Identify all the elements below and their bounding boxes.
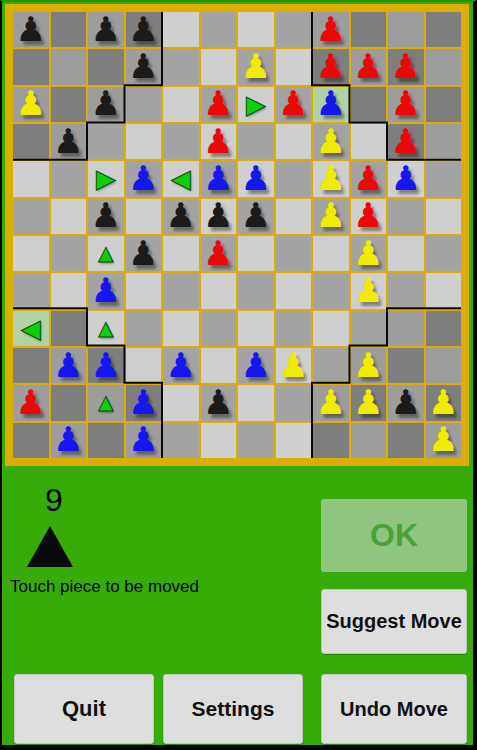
board-cell[interactable] (313, 236, 349, 271)
pawn-red[interactable]: ♟ (203, 236, 233, 270)
board-cell[interactable] (51, 161, 87, 196)
board-cell[interactable] (388, 423, 424, 458)
board-cell[interactable]: ♟ (88, 273, 124, 308)
board-cell[interactable] (388, 311, 424, 346)
board-cell[interactable]: ♟ (51, 348, 87, 383)
board-cell[interactable]: ♟ (276, 348, 312, 383)
pawn-red[interactable]: ♟ (316, 12, 346, 46)
board-cell[interactable]: ♟ (201, 385, 237, 420)
board-cell[interactable]: ♟ (313, 385, 349, 420)
board-cell[interactable] (276, 124, 312, 159)
board-cell[interactable]: ♟ (126, 236, 162, 271)
board-cell[interactable] (351, 124, 387, 159)
board-cell[interactable]: ♟ (276, 87, 312, 122)
board-cell[interactable]: ♟ (13, 12, 49, 47)
board-cell[interactable]: ♟ (388, 87, 424, 122)
board-cell[interactable]: ♟ (126, 385, 162, 420)
board-cell[interactable] (51, 236, 87, 271)
pawn-red[interactable]: ♟ (203, 86, 233, 120)
board-cell[interactable] (313, 311, 349, 346)
board-cell[interactable]: ♟ (351, 199, 387, 234)
board-cell[interactable]: ♟ (351, 385, 387, 420)
board-cell[interactable] (426, 49, 462, 84)
board-cell[interactable]: ♟ (388, 49, 424, 84)
board-cell[interactable] (313, 273, 349, 308)
board-cell[interactable] (276, 49, 312, 84)
board-cell[interactable]: ♟ (238, 161, 274, 196)
board-cell[interactable]: ♟ (201, 161, 237, 196)
move-arrow-right-icon: ▶ (96, 166, 115, 191)
pawn-black[interactable]: ♟ (128, 236, 158, 270)
pawn-red[interactable]: ♟ (353, 49, 383, 83)
pawn-red[interactable]: ♟ (316, 49, 346, 83)
board-cell[interactable] (426, 273, 462, 308)
undo-move-button[interactable]: Undo Move (321, 674, 467, 744)
settings-button[interactable]: Settings (163, 674, 303, 744)
pawn-yellow[interactable]: ♟ (353, 273, 383, 307)
board-cell[interactable] (426, 311, 462, 346)
board-cell[interactable] (238, 236, 274, 271)
pawn-black[interactable]: ♟ (241, 198, 271, 232)
pawn-blue[interactable]: ♟ (241, 348, 271, 382)
board-cell[interactable] (201, 12, 237, 47)
pawn-yellow[interactable]: ♟ (353, 385, 383, 419)
pawn-black[interactable]: ♟ (91, 86, 121, 120)
board-cell[interactable] (13, 49, 49, 84)
board-cell[interactable]: ♟ (351, 348, 387, 383)
pawn-black[interactable]: ♟ (128, 12, 158, 46)
status-message: Touch piece to be moved (10, 577, 199, 597)
pawn-black[interactable]: ♟ (166, 198, 196, 232)
board-cell[interactable] (238, 273, 274, 308)
board-cell[interactable]: ♟ (88, 12, 124, 47)
board-cell[interactable] (163, 124, 199, 159)
board-cell[interactable] (163, 49, 199, 84)
board-grid: ♟♟♟♟♟♟♟♟♟♟♟♟▶♟♟♟♟♟♟♟▶♟◀♟♟♟♟♟♟♟♟♟♟♟▲♟♟♟♟♟… (13, 12, 461, 458)
board-cell[interactable] (276, 199, 312, 234)
board-cell[interactable] (13, 423, 49, 458)
pawn-yellow[interactable]: ♟ (353, 348, 383, 382)
board-cell[interactable] (426, 87, 462, 122)
turn-indicator-triangle (27, 526, 73, 567)
board-cell[interactable] (126, 348, 162, 383)
move-arrow-up-icon: ▲ (93, 316, 118, 341)
board-cell[interactable]: ♟ (351, 273, 387, 308)
pawn-blue[interactable]: ♟ (166, 348, 196, 382)
board-cell[interactable]: ▲ (88, 236, 124, 271)
board-cell[interactable]: ♟ (126, 161, 162, 196)
board-cell[interactable] (276, 273, 312, 308)
board-cell[interactable] (126, 87, 162, 122)
move-arrow-left-icon: ◀ (21, 316, 40, 341)
pawn-yellow[interactable]: ♟ (241, 49, 271, 83)
pawn-red[interactable]: ♟ (203, 124, 233, 158)
board-cell[interactable]: ♟ (163, 199, 199, 234)
board-cell[interactable] (276, 161, 312, 196)
pawn-black[interactable]: ♟ (91, 198, 121, 232)
board-cell[interactable]: ♟ (126, 12, 162, 47)
game-board: ♟♟♟♟♟♟♟♟♟♟♟♟▶♟♟♟♟♟♟♟▶♟◀♟♟♟♟♟♟♟♟♟♟♟▲♟♟♟♟♟… (5, 4, 469, 466)
board-cell[interactable] (163, 385, 199, 420)
board-cell[interactable] (13, 348, 49, 383)
pawn-blue[interactable]: ♟ (316, 86, 346, 120)
pawn-yellow[interactable]: ♟ (428, 422, 458, 456)
move-count: 9 (34, 482, 74, 519)
board-cell[interactable]: ♟ (313, 124, 349, 159)
board-cell[interactable] (51, 385, 87, 420)
board-cell[interactable]: ♟ (238, 199, 274, 234)
board-cell[interactable]: ♟ (126, 423, 162, 458)
pawn-blue[interactable]: ♟ (91, 273, 121, 307)
move-arrow-up-icon: ▲ (93, 390, 118, 415)
board-cell[interactable] (163, 423, 199, 458)
pawn-blue[interactable]: ♟ (91, 348, 121, 382)
board-cell[interactable] (351, 311, 387, 346)
board-cell[interactable] (51, 49, 87, 84)
board-cell[interactable]: ♟ (313, 161, 349, 196)
board-cell[interactable] (313, 348, 349, 383)
pawn-yellow[interactable]: ♟ (278, 348, 308, 382)
board-cell[interactable] (426, 199, 462, 234)
pawn-blue[interactable]: ♟ (241, 161, 271, 195)
board-cell[interactable] (276, 311, 312, 346)
board-cell[interactable]: ♟ (238, 348, 274, 383)
board-cell[interactable]: ♟ (201, 199, 237, 234)
board-cell[interactable] (351, 423, 387, 458)
pawn-blue[interactable]: ♟ (203, 161, 233, 195)
pawn-red[interactable]: ♟ (278, 86, 308, 120)
quit-button[interactable]: Quit (14, 674, 154, 744)
board-cell[interactable]: ♟ (351, 236, 387, 271)
board-cell[interactable] (51, 87, 87, 122)
board-cell[interactable] (388, 273, 424, 308)
board-cell[interactable]: ♟ (388, 161, 424, 196)
board-cell[interactable]: ♟ (201, 236, 237, 271)
board-cell[interactable] (276, 385, 312, 420)
board-cell[interactable]: ▶ (88, 161, 124, 196)
board-cell[interactable]: ▲ (88, 311, 124, 346)
board-cell[interactable]: ♟ (51, 423, 87, 458)
board-cell[interactable]: ♟ (313, 49, 349, 84)
pawn-black[interactable]: ♟ (203, 198, 233, 232)
board-cell[interactable]: ▲ (88, 385, 124, 420)
board-cell[interactable] (13, 273, 49, 308)
board-cell[interactable]: ♟ (351, 161, 387, 196)
board-cell[interactable] (238, 124, 274, 159)
board-cell[interactable] (238, 12, 274, 47)
pawn-black[interactable]: ♟ (16, 12, 46, 46)
board-cell[interactable] (201, 348, 237, 383)
board-cell[interactable]: ♟ (13, 385, 49, 420)
suggest-move-button[interactable]: Suggest Move (321, 589, 467, 654)
board-cell[interactable]: ♟ (426, 385, 462, 420)
board-cell[interactable] (51, 12, 87, 47)
board-cell[interactable]: ◀ (13, 311, 49, 346)
board-cell[interactable] (276, 12, 312, 47)
board-cell[interactable] (51, 311, 87, 346)
pawn-red[interactable]: ♟ (391, 124, 421, 158)
board-cell[interactable]: ♟ (426, 423, 462, 458)
board-cell[interactable] (201, 273, 237, 308)
board-cell[interactable]: ♟ (388, 385, 424, 420)
pawn-blue[interactable]: ♟ (53, 422, 83, 456)
board-cell[interactable] (126, 311, 162, 346)
pawn-red[interactable]: ♟ (391, 86, 421, 120)
board-cell[interactable]: ♟ (51, 124, 87, 159)
pawn-red[interactable]: ♟ (391, 49, 421, 83)
pawn-yellow[interactable]: ♟ (316, 124, 346, 158)
pawn-blue[interactable]: ♟ (53, 348, 83, 382)
board-cell[interactable] (88, 49, 124, 84)
pawn-yellow[interactable]: ♟ (316, 198, 346, 232)
board-cell[interactable]: ♟ (201, 87, 237, 122)
board-cell[interactable]: ♟ (13, 87, 49, 122)
board-cell[interactable]: ♟ (388, 124, 424, 159)
board-cell[interactable] (238, 311, 274, 346)
board-cell[interactable] (426, 124, 462, 159)
board-cell[interactable] (51, 199, 87, 234)
board-cell[interactable]: ♟ (313, 12, 349, 47)
board-cell[interactable] (13, 236, 49, 271)
board-cell[interactable]: ♟ (88, 87, 124, 122)
pawn-blue[interactable]: ♟ (128, 161, 158, 195)
board-cell[interactable] (201, 311, 237, 346)
board-cell[interactable] (163, 12, 199, 47)
board-cell[interactable] (13, 124, 49, 159)
board-cell[interactable] (426, 161, 462, 196)
board-cell[interactable] (163, 236, 199, 271)
board-cell[interactable]: ♟ (88, 348, 124, 383)
pawn-blue[interactable]: ♟ (128, 422, 158, 456)
board-cell[interactable] (388, 348, 424, 383)
board-cell[interactable] (201, 423, 237, 458)
pawn-black[interactable]: ♟ (128, 49, 158, 83)
board-cell[interactable] (238, 423, 274, 458)
board-cell[interactable]: ♟ (201, 124, 237, 159)
pawn-red[interactable]: ♟ (353, 198, 383, 232)
board-cell[interactable] (13, 199, 49, 234)
board-cell[interactable] (351, 87, 387, 122)
move-arrow-right-icon: ▶ (246, 92, 265, 117)
move-arrow-left-icon: ◀ (171, 166, 190, 191)
board-cell[interactable] (51, 273, 87, 308)
board-cell[interactable] (163, 273, 199, 308)
board-cell[interactable] (238, 385, 274, 420)
board-cell[interactable]: ♟ (238, 49, 274, 84)
pawn-black[interactable]: ♟ (203, 385, 233, 419)
board-cell[interactable] (163, 87, 199, 122)
board-cell[interactable] (13, 161, 49, 196)
board-cell[interactable]: ♟ (351, 49, 387, 84)
board-cell[interactable] (126, 199, 162, 234)
board-cell[interactable] (426, 12, 462, 47)
board-cell[interactable] (426, 236, 462, 271)
board-cell[interactable] (201, 49, 237, 84)
pawn-yellow[interactable]: ♟ (428, 385, 458, 419)
pawn-red[interactable]: ♟ (353, 161, 383, 195)
pawn-black[interactable]: ♟ (53, 124, 83, 158)
board-cell[interactable] (426, 348, 462, 383)
board-cell[interactable] (276, 423, 312, 458)
pawn-yellow[interactable]: ♟ (353, 236, 383, 270)
board-cell[interactable] (388, 199, 424, 234)
board-cell[interactable]: ◀ (163, 161, 199, 196)
ok-button[interactable]: OK (321, 499, 467, 572)
board-cell[interactable] (126, 273, 162, 308)
pawn-red[interactable]: ♟ (16, 385, 46, 419)
board-cell[interactable]: ♟ (126, 49, 162, 84)
board-cell[interactable]: ♟ (88, 199, 124, 234)
board-cell[interactable]: ♟ (163, 348, 199, 383)
board-cell[interactable] (313, 423, 349, 458)
board-cell[interactable] (88, 423, 124, 458)
pawn-yellow[interactable]: ♟ (316, 385, 346, 419)
board-cell[interactable] (88, 124, 124, 159)
board-cell[interactable] (388, 236, 424, 271)
board-cell[interactable]: ♟ (313, 199, 349, 234)
board-cell[interactable] (351, 12, 387, 47)
pawn-yellow[interactable]: ♟ (16, 86, 46, 120)
board-cell[interactable] (126, 124, 162, 159)
pawn-yellow[interactable]: ♟ (316, 161, 346, 195)
board-cell[interactable] (388, 12, 424, 47)
board-cell[interactable] (276, 236, 312, 271)
board-cell[interactable]: ▶ (238, 87, 274, 122)
board-cell[interactable] (163, 311, 199, 346)
pawn-blue[interactable]: ♟ (128, 385, 158, 419)
pawn-blue[interactable]: ♟ (391, 161, 421, 195)
board-cell[interactable]: ♟ (313, 87, 349, 122)
move-arrow-up-icon: ▲ (93, 241, 118, 266)
pawn-black[interactable]: ♟ (391, 385, 421, 419)
app-screen: ♟♟♟♟♟♟♟♟♟♟♟♟▶♟♟♟♟♟♟♟▶♟◀♟♟♟♟♟♟♟♟♟♟♟▲♟♟♟♟♟… (0, 0, 477, 750)
pawn-black[interactable]: ♟ (91, 12, 121, 46)
